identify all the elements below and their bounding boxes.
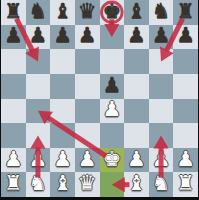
square-b3[interactable] [26, 123, 51, 148]
square-b4[interactable] [26, 99, 51, 124]
square-f7[interactable]: ♟ [124, 25, 149, 50]
square-e6[interactable] [100, 49, 125, 74]
piece-black-king[interactable]: ♚ [102, 1, 121, 22]
square-f2[interactable]: ♟ [124, 148, 149, 173]
piece-white-pawn[interactable]: ♟ [4, 149, 23, 170]
square-g4[interactable] [149, 99, 174, 124]
square-c7[interactable]: ♟ [50, 25, 75, 50]
square-a4[interactable] [1, 99, 26, 124]
square-e3[interactable] [100, 123, 125, 148]
piece-black-knight[interactable]: ♞ [152, 1, 171, 22]
piece-white-knight[interactable]: ♞ [29, 173, 48, 194]
piece-black-pawn[interactable]: ♟ [102, 75, 121, 96]
square-a6[interactable] [1, 49, 26, 74]
square-e7[interactable] [100, 25, 125, 50]
piece-white-pawn[interactable]: ♟ [53, 149, 72, 170]
square-f5[interactable] [124, 74, 149, 99]
piece-white-king[interactable]: ♚ [102, 149, 121, 170]
square-g3[interactable] [149, 123, 174, 148]
square-a8[interactable]: ♜ [1, 0, 26, 25]
square-h7[interactable]: ♟ [173, 25, 198, 50]
square-g5[interactable] [149, 74, 174, 99]
piece-black-bishop[interactable]: ♝ [127, 1, 146, 22]
square-e2[interactable]: ♚ [100, 148, 125, 173]
square-h8[interactable]: ♜ [173, 0, 198, 25]
square-f6[interactable] [124, 49, 149, 74]
piece-black-pawn[interactable]: ♟ [53, 25, 72, 46]
square-a1[interactable]: ♜ [1, 172, 26, 197]
square-c5[interactable] [50, 74, 75, 99]
piece-black-rook[interactable]: ♜ [176, 1, 195, 22]
square-d2[interactable]: ♟ [75, 148, 100, 173]
square-b2[interactable]: ♟ [26, 148, 51, 173]
piece-white-pawn[interactable]: ♟ [176, 149, 195, 170]
piece-black-pawn[interactable]: ♟ [78, 25, 97, 46]
square-g6[interactable] [149, 49, 174, 74]
square-d5[interactable] [75, 74, 100, 99]
chess-board[interactable]: ♜♞♝♛♚♝♞♜♟♟♟♟♟♟♟♟♟♟♟♟♟♚♟♟♟♜♞♝♛♝♞♜ [1, 0, 198, 197]
piece-white-pawn[interactable]: ♟ [127, 149, 146, 170]
square-d3[interactable] [75, 123, 100, 148]
square-a7[interactable]: ♟ [1, 25, 26, 50]
square-g8[interactable]: ♞ [149, 0, 174, 25]
square-h1[interactable]: ♜ [173, 172, 198, 197]
piece-white-pawn[interactable]: ♟ [102, 99, 121, 120]
piece-white-pawn[interactable]: ♟ [29, 149, 48, 170]
square-f4[interactable] [124, 99, 149, 124]
piece-white-rook[interactable]: ♜ [4, 173, 23, 194]
square-b6[interactable] [26, 49, 51, 74]
piece-white-bishop[interactable]: ♝ [53, 173, 72, 194]
piece-black-pawn[interactable]: ♟ [29, 25, 48, 46]
piece-black-rook[interactable]: ♜ [4, 1, 23, 22]
square-b5[interactable] [26, 74, 51, 99]
piece-black-pawn[interactable]: ♟ [127, 25, 146, 46]
square-h4[interactable] [173, 99, 198, 124]
square-d6[interactable] [75, 49, 100, 74]
piece-white-queen[interactable]: ♛ [78, 173, 97, 194]
piece-black-pawn[interactable]: ♟ [4, 25, 23, 46]
piece-black-queen[interactable]: ♛ [78, 1, 97, 22]
piece-white-pawn[interactable]: ♟ [152, 149, 171, 170]
square-b8[interactable]: ♞ [26, 0, 51, 25]
square-d1[interactable]: ♛ [75, 172, 100, 197]
piece-black-knight[interactable]: ♞ [29, 1, 48, 22]
square-d4[interactable] [75, 99, 100, 124]
square-a5[interactable] [1, 74, 26, 99]
square-e1[interactable] [100, 172, 125, 197]
square-f1[interactable]: ♝ [124, 172, 149, 197]
square-c6[interactable] [50, 49, 75, 74]
square-h6[interactable] [173, 49, 198, 74]
piece-black-pawn[interactable]: ♟ [176, 25, 195, 46]
square-e4[interactable]: ♟ [100, 99, 125, 124]
square-h5[interactable] [173, 74, 198, 99]
square-c8[interactable]: ♝ [50, 0, 75, 25]
square-g2[interactable]: ♟ [149, 148, 174, 173]
square-d7[interactable]: ♟ [75, 25, 100, 50]
piece-white-pawn[interactable]: ♟ [78, 149, 97, 170]
square-e5[interactable]: ♟ [100, 74, 125, 99]
square-e8[interactable]: ♚ [100, 0, 125, 25]
square-b1[interactable]: ♞ [26, 172, 51, 197]
square-g7[interactable]: ♟ [149, 25, 174, 50]
square-b7[interactable]: ♟ [26, 25, 51, 50]
piece-white-knight[interactable]: ♞ [152, 173, 171, 194]
square-f8[interactable]: ♝ [124, 0, 149, 25]
square-f3[interactable] [124, 123, 149, 148]
square-c3[interactable] [50, 123, 75, 148]
square-h3[interactable] [173, 123, 198, 148]
square-h2[interactable]: ♟ [173, 148, 198, 173]
piece-black-bishop[interactable]: ♝ [53, 1, 72, 22]
piece-black-pawn[interactable]: ♟ [152, 25, 171, 46]
square-a2[interactable]: ♟ [1, 148, 26, 173]
piece-white-bishop[interactable]: ♝ [127, 173, 146, 194]
piece-white-rook[interactable]: ♜ [176, 173, 195, 194]
square-d8[interactable]: ♛ [75, 0, 100, 25]
square-c4[interactable] [50, 99, 75, 124]
square-c1[interactable]: ♝ [50, 172, 75, 197]
square-c2[interactable]: ♟ [50, 148, 75, 173]
square-a3[interactable] [1, 123, 26, 148]
square-g1[interactable]: ♞ [149, 172, 174, 197]
chess-board-screenshot: ♜♞♝♛♚♝♞♜♟♟♟♟♟♟♟♟♟♟♟♟♟♚♟♟♟♜♞♝♛♝♞♜ [0, 0, 199, 200]
